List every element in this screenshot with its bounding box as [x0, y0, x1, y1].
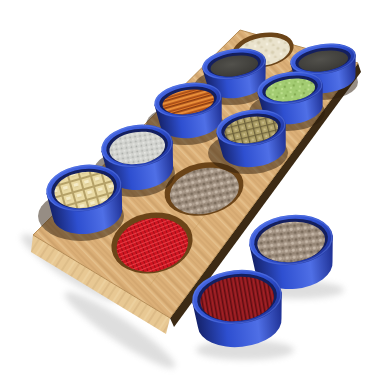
texture-board-scene — [0, 0, 384, 384]
scene — [0, 0, 384, 384]
